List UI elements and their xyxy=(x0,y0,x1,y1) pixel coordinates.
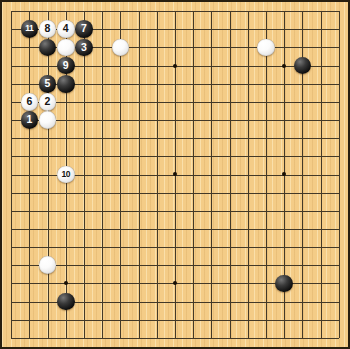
move-number: 3 xyxy=(81,39,87,57)
star-point xyxy=(173,64,177,68)
star-point xyxy=(282,172,286,176)
move-number: 2 xyxy=(45,93,51,111)
stone-black[interactable] xyxy=(39,39,57,57)
star-point xyxy=(282,64,286,68)
stone-white-move-4[interactable]: 4 xyxy=(57,20,75,38)
go-board-diagram: 1184739562110 xyxy=(0,0,350,349)
stone-black-move-9[interactable]: 9 xyxy=(57,57,75,75)
star-point xyxy=(64,281,68,285)
stone-white-move-6[interactable]: 6 xyxy=(21,93,39,111)
move-number: 8 xyxy=(45,20,51,38)
move-number: 1 xyxy=(26,111,32,129)
star-point xyxy=(173,281,177,285)
move-number: 6 xyxy=(26,93,32,111)
move-number: 9 xyxy=(63,57,69,75)
stone-black-move-1[interactable]: 1 xyxy=(21,111,39,129)
move-number: 7 xyxy=(81,20,87,38)
move-number: 10 xyxy=(61,166,70,184)
move-number: 5 xyxy=(45,75,51,93)
stone-white-move-8[interactable]: 8 xyxy=(39,20,57,38)
stone-black-move-7[interactable]: 7 xyxy=(75,20,93,38)
goban-grid[interactable]: 1184739562110 xyxy=(2,2,348,347)
move-number: 11 xyxy=(25,20,33,38)
stone-white-move-2[interactable]: 2 xyxy=(39,93,57,111)
stone-black[interactable] xyxy=(294,57,312,75)
stone-black-move-11[interactable]: 11 xyxy=(21,20,39,38)
stone-white[interactable] xyxy=(57,39,75,57)
stone-black-move-3[interactable]: 3 xyxy=(75,39,93,57)
stone-white[interactable] xyxy=(257,39,275,57)
stone-black[interactable] xyxy=(57,75,75,93)
stone-black[interactable] xyxy=(57,293,75,311)
stone-white[interactable] xyxy=(39,111,57,129)
move-number: 4 xyxy=(63,20,69,38)
star-point xyxy=(173,172,177,176)
stone-black[interactable] xyxy=(275,275,293,293)
stone-white[interactable] xyxy=(112,39,130,57)
stone-white-move-10[interactable]: 10 xyxy=(57,166,75,184)
stone-black-move-5[interactable]: 5 xyxy=(39,75,57,93)
stone-white[interactable] xyxy=(39,256,57,274)
